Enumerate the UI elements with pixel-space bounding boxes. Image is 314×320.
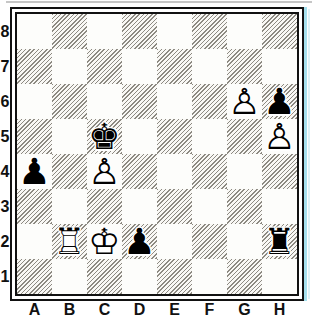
square-b3 — [52, 189, 87, 224]
black-rook-glyph: ♜ — [262, 224, 297, 259]
square-e7 — [157, 49, 192, 84]
square-d4 — [122, 154, 157, 189]
square-f5 — [192, 119, 227, 154]
square-b2: ♜♖ — [52, 224, 87, 259]
square-c4: ♟♙ — [87, 154, 122, 189]
file-label-f: F — [192, 301, 227, 318]
white-king-glyph: ♔ — [87, 224, 122, 259]
square-h7 — [262, 49, 297, 84]
square-f3 — [192, 189, 227, 224]
white-pawn-glyph: ♙ — [87, 154, 122, 189]
piece-black-pawn: ♟ — [122, 224, 157, 259]
piece-white-pawn: ♟♙ — [87, 154, 122, 189]
scan-artifact-top-line — [6, 1, 312, 3]
piece-black-king: ♚ — [87, 119, 122, 154]
square-h5: ♟♙ — [262, 119, 297, 154]
square-b6 — [52, 84, 87, 119]
square-a5 — [17, 119, 52, 154]
rank-label-2: 2 — [0, 224, 10, 259]
square-f8 — [192, 14, 227, 49]
square-d1 — [122, 259, 157, 294]
square-d5 — [122, 119, 157, 154]
square-c8 — [87, 14, 122, 49]
square-f4 — [192, 154, 227, 189]
black-pawn-glyph: ♟ — [122, 224, 157, 259]
square-d7 — [122, 49, 157, 84]
square-h1 — [262, 259, 297, 294]
square-d2: ♟ — [122, 224, 157, 259]
rank-label-7: 7 — [0, 49, 10, 84]
square-a4: ♟ — [17, 154, 52, 189]
square-a1 — [17, 259, 52, 294]
piece-black-pawn: ♟ — [262, 84, 297, 119]
rank-label-4: 4 — [0, 154, 10, 189]
square-a3 — [17, 189, 52, 224]
square-h6: ♟ — [262, 84, 297, 119]
file-label-a: A — [17, 301, 52, 318]
square-f1 — [192, 259, 227, 294]
file-labels: ABCDEFGH — [17, 301, 297, 318]
square-a8 — [17, 14, 52, 49]
square-f2 — [192, 224, 227, 259]
square-b4 — [52, 154, 87, 189]
square-c7 — [87, 49, 122, 84]
square-e1 — [157, 259, 192, 294]
square-c1 — [87, 259, 122, 294]
square-b7 — [52, 49, 87, 84]
square-c6 — [87, 84, 122, 119]
square-f7 — [192, 49, 227, 84]
piece-white-rook: ♜♖ — [52, 224, 87, 259]
file-label-c: C — [87, 301, 122, 318]
square-g6: ♟♙ — [227, 84, 262, 119]
square-d8 — [122, 14, 157, 49]
square-b1 — [52, 259, 87, 294]
chess-board: ♟♙♟♚♟♙♟♟♙♜♖♚♔♟♜ — [17, 14, 297, 294]
rank-label-3: 3 — [0, 189, 10, 224]
square-d6 — [122, 84, 157, 119]
square-b8 — [52, 14, 87, 49]
file-label-b: B — [52, 301, 87, 318]
square-e5 — [157, 119, 192, 154]
square-g1 — [227, 259, 262, 294]
square-e6 — [157, 84, 192, 119]
square-g5 — [227, 119, 262, 154]
square-h3 — [262, 189, 297, 224]
rank-label-8: 8 — [0, 14, 10, 49]
chess-board-frame: ♟♙♟♚♟♙♟♟♙♜♖♚♔♟♜ — [10, 7, 304, 301]
square-g7 — [227, 49, 262, 84]
rank-labels: 87654321 — [0, 14, 10, 294]
square-c5: ♚ — [87, 119, 122, 154]
square-a2 — [17, 224, 52, 259]
square-b5 — [52, 119, 87, 154]
square-g8 — [227, 14, 262, 49]
piece-white-pawn: ♟♙ — [262, 119, 297, 154]
square-g4 — [227, 154, 262, 189]
file-label-d: D — [122, 301, 157, 318]
square-c2: ♚♔ — [87, 224, 122, 259]
piece-black-pawn: ♟ — [17, 154, 52, 189]
square-h2: ♜ — [262, 224, 297, 259]
square-d3 — [122, 189, 157, 224]
square-e3 — [157, 189, 192, 224]
black-pawn-glyph: ♟ — [262, 84, 297, 119]
square-a7 — [17, 49, 52, 84]
chess-board-inner-frame: ♟♙♟♚♟♙♟♟♙♜♖♚♔♟♜ — [15, 12, 299, 296]
square-g3 — [227, 189, 262, 224]
file-label-h: H — [262, 301, 297, 318]
white-pawn-glyph: ♙ — [262, 119, 297, 154]
square-g2 — [227, 224, 262, 259]
file-label-g: G — [227, 301, 262, 318]
square-c3 — [87, 189, 122, 224]
white-pawn-glyph: ♙ — [227, 84, 262, 119]
scan-artifact-right-line — [304, 7, 307, 301]
piece-black-rook: ♜ — [262, 224, 297, 259]
rank-label-5: 5 — [0, 119, 10, 154]
square-e4 — [157, 154, 192, 189]
black-pawn-glyph: ♟ — [17, 154, 52, 189]
file-label-e: E — [157, 301, 192, 318]
square-h8 — [262, 14, 297, 49]
piece-white-pawn: ♟♙ — [227, 84, 262, 119]
chess-diagram: 87654321 ♟♙♟♚♟♙♟♟♙♜♖♚♔♟♜ ABCDEFGH — [0, 0, 314, 320]
black-king-glyph: ♚ — [87, 119, 122, 154]
white-rook-glyph: ♖ — [52, 224, 87, 259]
square-f6 — [192, 84, 227, 119]
rank-label-6: 6 — [0, 84, 10, 119]
square-a6 — [17, 84, 52, 119]
scan-artifact-right-line-faint — [308, 9, 310, 299]
rank-label-1: 1 — [0, 259, 10, 294]
square-e2 — [157, 224, 192, 259]
square-h4 — [262, 154, 297, 189]
piece-white-king: ♚♔ — [87, 224, 122, 259]
square-e8 — [157, 14, 192, 49]
